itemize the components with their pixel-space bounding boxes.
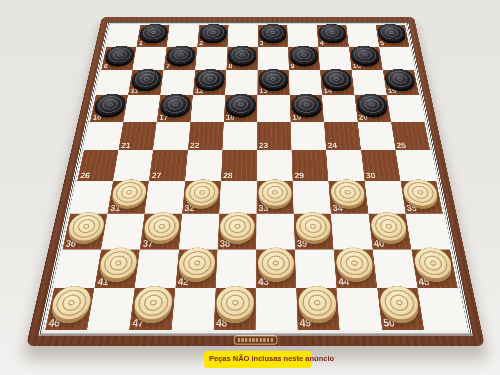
light-square-r7c7	[293, 181, 331, 214]
light-square-r9c5	[216, 249, 257, 288]
square-37[interactable]: 37	[140, 214, 182, 250]
white-man-square-43[interactable]	[258, 248, 295, 282]
light-square-r2c10	[379, 47, 414, 70]
board-grid: 1234567891011121314151617181920212223242…	[45, 25, 466, 330]
light-square-r6c8	[326, 150, 364, 181]
piece-top	[318, 24, 347, 42]
light-square-r6c4	[185, 150, 222, 181]
light-square-r8c2	[101, 214, 144, 250]
square-2[interactable]: 2	[197, 25, 228, 47]
square-41[interactable]: 41	[94, 249, 139, 288]
square-number-24: 24	[327, 142, 337, 149]
black-man-square-5[interactable]	[377, 24, 408, 44]
square-27[interactable]: 27	[149, 150, 188, 181]
piece-top	[49, 286, 93, 320]
square-number-25: 25	[396, 142, 406, 149]
light-square-r5c5	[222, 122, 257, 151]
square-23[interactable]: 23	[257, 122, 292, 151]
light-square-r10c8	[337, 288, 382, 330]
light-square-r7c1	[70, 181, 113, 214]
square-26[interactable]: 26	[77, 150, 118, 181]
square-49[interactable]: 49	[296, 288, 340, 330]
white-man-square-50[interactable]	[378, 286, 421, 323]
square-22[interactable]: 22	[188, 122, 224, 151]
brand-plaque	[234, 335, 278, 344]
disclaimer-banner: Peças NÃO inclusas neste anúncio	[204, 351, 312, 368]
white-man-square-47[interactable]	[132, 286, 174, 323]
light-square-r7c9	[364, 181, 405, 214]
light-square-r10c10	[417, 288, 466, 330]
draughts-board: 1234567891011121314151617181920212223242…	[26, 17, 485, 346]
white-man-square-44[interactable]	[335, 248, 375, 282]
black-man-square-16[interactable]	[92, 94, 127, 118]
light-square-r9c3	[135, 249, 179, 288]
light-square-r2c6	[258, 47, 289, 70]
square-17[interactable]: 17	[157, 95, 193, 122]
square-16[interactable]: 16	[90, 95, 128, 122]
white-man-square-41[interactable]	[97, 248, 139, 282]
light-square-r8c10	[406, 214, 450, 250]
square-48[interactable]: 48	[214, 288, 256, 330]
light-square-r8c4	[179, 214, 220, 250]
brand-plaque-text	[238, 338, 274, 341]
light-square-r10c6	[256, 288, 298, 330]
black-man-square-7[interactable]	[165, 46, 196, 67]
product-photo-background: 1234567891011121314151617181920212223242…	[0, 0, 500, 375]
black-man-square-18[interactable]	[225, 94, 256, 118]
square-35[interactable]: 35	[400, 181, 443, 214]
white-man-square-34[interactable]	[330, 179, 366, 209]
light-square-r5c1	[84, 122, 124, 151]
black-man-square-3[interactable]	[259, 24, 287, 44]
white-man-square-40[interactable]	[370, 212, 409, 244]
square-25[interactable]: 25	[391, 122, 430, 151]
square-40[interactable]: 40	[368, 214, 411, 250]
white-man-square-48[interactable]	[215, 286, 254, 323]
square-42[interactable]: 42	[175, 249, 217, 288]
light-square-r10c4	[171, 288, 215, 330]
square-30[interactable]: 30	[361, 150, 400, 181]
square-9[interactable]: 9	[288, 47, 320, 70]
white-man-square-33[interactable]	[258, 179, 292, 209]
square-5[interactable]: 5	[376, 25, 410, 47]
square-38[interactable]: 38	[217, 214, 256, 250]
square-number-29: 29	[294, 172, 304, 180]
black-man-square-12[interactable]	[194, 69, 225, 91]
square-46[interactable]: 46	[45, 288, 94, 330]
light-square-r2c2	[132, 47, 166, 70]
square-47[interactable]: 47	[129, 288, 175, 330]
square-number-26: 26	[79, 172, 90, 180]
light-square-r2c8	[318, 47, 351, 70]
square-4[interactable]: 4	[317, 25, 349, 47]
white-man-square-36[interactable]	[65, 212, 106, 244]
square-24[interactable]: 24	[324, 122, 361, 151]
square-number-21: 21	[121, 142, 131, 149]
black-man-square-17[interactable]	[159, 94, 192, 118]
piece-top	[258, 179, 292, 206]
white-man-square-39[interactable]	[295, 212, 332, 244]
light-square-r3c1	[96, 70, 133, 95]
square-44[interactable]: 44	[334, 249, 377, 288]
light-square-r1c7	[287, 25, 318, 47]
white-man-square-38[interactable]	[219, 212, 255, 244]
light-square-r8c6	[256, 214, 295, 250]
square-13[interactable]: 13	[257, 70, 289, 95]
black-man-square-14[interactable]	[321, 69, 352, 91]
light-square-r4c2	[123, 95, 160, 122]
light-square-r4c6	[257, 95, 290, 122]
light-square-r7c3	[145, 181, 185, 214]
light-square-r3c3	[160, 70, 195, 95]
light-square-r4c8	[322, 95, 357, 122]
square-1[interactable]: 1	[137, 25, 170, 47]
white-man-square-42[interactable]	[177, 248, 216, 282]
square-28[interactable]: 28	[221, 150, 257, 181]
light-square-r1c9	[346, 25, 379, 47]
light-square-r6c10	[395, 150, 436, 181]
white-man-square-37[interactable]	[142, 212, 180, 244]
square-36[interactable]: 36	[62, 214, 107, 250]
square-6[interactable]: 6	[101, 47, 136, 70]
white-man-square-45[interactable]	[412, 248, 455, 282]
black-man-square-6[interactable]	[103, 46, 135, 67]
light-square-r9c9	[372, 249, 417, 288]
black-man-square-4[interactable]	[318, 24, 347, 44]
light-square-r9c1	[54, 249, 101, 288]
light-square-r3c7	[289, 70, 322, 95]
square-11[interactable]: 11	[128, 70, 164, 95]
square-43[interactable]: 43	[256, 249, 296, 288]
piece-top	[295, 212, 331, 241]
square-number-23: 23	[259, 142, 268, 149]
light-square-r6c6	[257, 150, 293, 181]
square-3[interactable]: 3	[258, 25, 288, 47]
square-45[interactable]: 45	[411, 249, 457, 288]
white-man-square-46[interactable]	[48, 286, 93, 323]
piece-top	[291, 94, 322, 116]
square-34[interactable]: 34	[329, 181, 369, 214]
light-square-r3c5	[225, 70, 258, 95]
light-square-r3c9	[351, 70, 386, 95]
black-man-square-20[interactable]	[355, 94, 389, 118]
light-square-r9c7	[295, 249, 337, 288]
piece-top	[259, 69, 289, 89]
light-square-r1c1	[106, 25, 140, 47]
square-8[interactable]: 8	[226, 47, 257, 70]
square-31[interactable]: 31	[107, 181, 149, 214]
light-square-r2c4	[195, 47, 227, 70]
white-man-square-32[interactable]	[184, 179, 220, 209]
square-50[interactable]: 50	[377, 288, 424, 330]
square-18[interactable]: 18	[224, 95, 258, 122]
board-margin-border: 1234567891011121314151617181920212223242…	[38, 22, 472, 336]
black-man-square-9[interactable]	[289, 46, 318, 67]
black-man-square-10[interactable]	[350, 46, 381, 67]
black-man-square-8[interactable]	[228, 46, 257, 67]
light-square-r10c2	[87, 288, 135, 330]
square-7[interactable]: 7	[164, 47, 197, 70]
square-15[interactable]: 15	[383, 70, 419, 95]
black-man-square-13[interactable]	[259, 69, 289, 91]
black-man-square-11[interactable]	[130, 69, 163, 91]
square-29[interactable]: 29	[292, 150, 329, 181]
white-man-square-35[interactable]	[401, 179, 440, 209]
light-square-r4c4	[190, 95, 225, 122]
piece-top	[259, 24, 287, 42]
square-20[interactable]: 20	[354, 95, 391, 122]
black-man-square-19[interactable]	[291, 94, 323, 118]
white-man-square-31[interactable]	[110, 179, 148, 209]
white-man-square-49[interactable]	[298, 286, 338, 323]
square-10[interactable]: 10	[349, 47, 383, 70]
light-square-r7c5	[219, 181, 257, 214]
light-square-r5c3	[153, 122, 190, 151]
piece-top	[66, 212, 106, 241]
light-square-r1c3	[167, 25, 199, 47]
square-21[interactable]: 21	[118, 122, 156, 151]
square-39[interactable]: 39	[294, 214, 334, 250]
light-square-r5c9	[358, 122, 396, 151]
square-14[interactable]: 14	[320, 70, 354, 95]
black-man-square-15[interactable]	[384, 69, 417, 91]
square-number-27: 27	[151, 172, 161, 180]
square-33[interactable]: 33	[256, 181, 293, 214]
light-square-r4c10	[387, 95, 425, 122]
light-square-r8c8	[331, 214, 372, 250]
piece-top	[258, 248, 295, 279]
square-19[interactable]: 19	[290, 95, 324, 122]
square-number-22: 22	[190, 142, 200, 149]
light-square-r1c5	[227, 25, 257, 47]
piece-top	[321, 69, 352, 89]
black-man-square-1[interactable]	[138, 24, 168, 44]
piece-top	[93, 94, 127, 116]
square-number-28: 28	[223, 172, 233, 180]
black-man-square-2[interactable]	[199, 24, 228, 44]
light-square-r6c2	[113, 150, 153, 181]
square-12[interactable]: 12	[193, 70, 227, 95]
square-number-30: 30	[365, 172, 375, 180]
square-32[interactable]: 32	[182, 181, 221, 214]
light-square-r5c7	[291, 122, 327, 151]
board-frame: 1234567891011121314151617181920212223242…	[26, 17, 485, 346]
piece-top	[289, 46, 318, 65]
